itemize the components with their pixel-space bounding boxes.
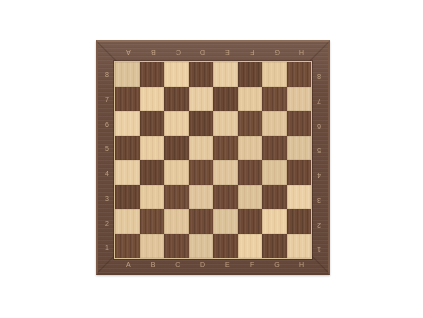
coord-label: 7 [311, 88, 327, 113]
square-d5[interactable] [189, 136, 214, 161]
square-d3[interactable] [189, 185, 214, 210]
coord-label: 8 [311, 63, 327, 88]
square-b5[interactable] [140, 136, 165, 161]
coord-label: 8 [99, 63, 115, 88]
square-b2[interactable] [140, 209, 165, 234]
square-b1[interactable] [140, 234, 165, 259]
coord-label: 5 [311, 137, 327, 162]
square-a6[interactable] [115, 111, 140, 136]
square-f5[interactable] [238, 136, 263, 161]
coord-label: H [289, 46, 314, 58]
coord-label: 1 [99, 236, 115, 261]
square-d7[interactable] [189, 87, 214, 112]
square-c6[interactable] [164, 111, 189, 136]
coord-label: B [141, 46, 166, 58]
square-e8[interactable] [213, 62, 238, 87]
square-f8[interactable] [238, 62, 263, 87]
coord-label: 6 [99, 113, 115, 138]
square-d8[interactable] [189, 62, 214, 87]
square-g8[interactable] [262, 62, 287, 87]
playing-field [114, 61, 312, 259]
square-h7[interactable] [287, 87, 312, 112]
square-g6[interactable] [262, 111, 287, 136]
rank-labels-right: 87654321 [311, 63, 327, 261]
square-a7[interactable] [115, 87, 140, 112]
square-g1[interactable] [262, 234, 287, 259]
coord-label: 4 [99, 162, 115, 187]
coord-label: 2 [99, 212, 115, 237]
square-f1[interactable] [238, 234, 263, 259]
square-g5[interactable] [262, 136, 287, 161]
square-e6[interactable] [213, 111, 238, 136]
square-h6[interactable] [287, 111, 312, 136]
square-b4[interactable] [140, 160, 165, 185]
coord-label: C [166, 46, 191, 58]
square-c2[interactable] [164, 209, 189, 234]
square-f7[interactable] [238, 87, 263, 112]
square-a5[interactable] [115, 136, 140, 161]
coord-label: 4 [311, 162, 327, 187]
square-d4[interactable] [189, 160, 214, 185]
coord-label: G [265, 46, 290, 58]
coord-label: 3 [311, 187, 327, 212]
chess-board: ABCDEFGH ABCDEFGH 87654321 87654321 [96, 40, 330, 275]
square-e5[interactable] [213, 136, 238, 161]
coord-label: F [240, 259, 265, 271]
square-d2[interactable] [189, 209, 214, 234]
square-c7[interactable] [164, 87, 189, 112]
square-e2[interactable] [213, 209, 238, 234]
square-e1[interactable] [213, 234, 238, 259]
coord-label: 7 [99, 88, 115, 113]
square-h8[interactable] [287, 62, 312, 87]
square-h3[interactable] [287, 185, 312, 210]
square-b3[interactable] [140, 185, 165, 210]
square-h1[interactable] [287, 234, 312, 259]
square-f4[interactable] [238, 160, 263, 185]
coord-label: 1 [311, 236, 327, 261]
square-a2[interactable] [115, 209, 140, 234]
square-g4[interactable] [262, 160, 287, 185]
coord-label: A [116, 259, 141, 271]
square-h4[interactable] [287, 160, 312, 185]
square-b6[interactable] [140, 111, 165, 136]
coord-label: A [116, 46, 141, 58]
file-labels-bottom: ABCDEFGH [116, 259, 314, 271]
coord-label: 3 [99, 187, 115, 212]
square-a8[interactable] [115, 62, 140, 87]
coord-label: G [265, 259, 290, 271]
square-c3[interactable] [164, 185, 189, 210]
coord-label: 6 [311, 113, 327, 138]
square-a1[interactable] [115, 234, 140, 259]
coord-label: F [240, 46, 265, 58]
square-h5[interactable] [287, 136, 312, 161]
square-a4[interactable] [115, 160, 140, 185]
coord-label: 5 [99, 137, 115, 162]
square-d6[interactable] [189, 111, 214, 136]
square-a3[interactable] [115, 185, 140, 210]
square-b8[interactable] [140, 62, 165, 87]
board-grid [115, 62, 311, 258]
square-c1[interactable] [164, 234, 189, 259]
square-f2[interactable] [238, 209, 263, 234]
square-c8[interactable] [164, 62, 189, 87]
coord-label: D [190, 46, 215, 58]
coord-label: B [141, 259, 166, 271]
square-g7[interactable] [262, 87, 287, 112]
square-c4[interactable] [164, 160, 189, 185]
rank-labels-left: 87654321 [99, 63, 115, 261]
coord-label: D [190, 259, 215, 271]
coord-label: E [215, 46, 240, 58]
square-d1[interactable] [189, 234, 214, 259]
square-b7[interactable] [140, 87, 165, 112]
square-f3[interactable] [238, 185, 263, 210]
square-e3[interactable] [213, 185, 238, 210]
coord-label: 2 [311, 212, 327, 237]
square-f6[interactable] [238, 111, 263, 136]
square-h2[interactable] [287, 209, 312, 234]
square-g3[interactable] [262, 185, 287, 210]
square-c5[interactable] [164, 136, 189, 161]
square-e4[interactable] [213, 160, 238, 185]
coord-label: E [215, 259, 240, 271]
square-e7[interactable] [213, 87, 238, 112]
square-g2[interactable] [262, 209, 287, 234]
file-labels-top: ABCDEFGH [116, 46, 314, 58]
product-photo: ABCDEFGH ABCDEFGH 87654321 87654321 [0, 0, 423, 318]
coord-label: C [166, 259, 191, 271]
